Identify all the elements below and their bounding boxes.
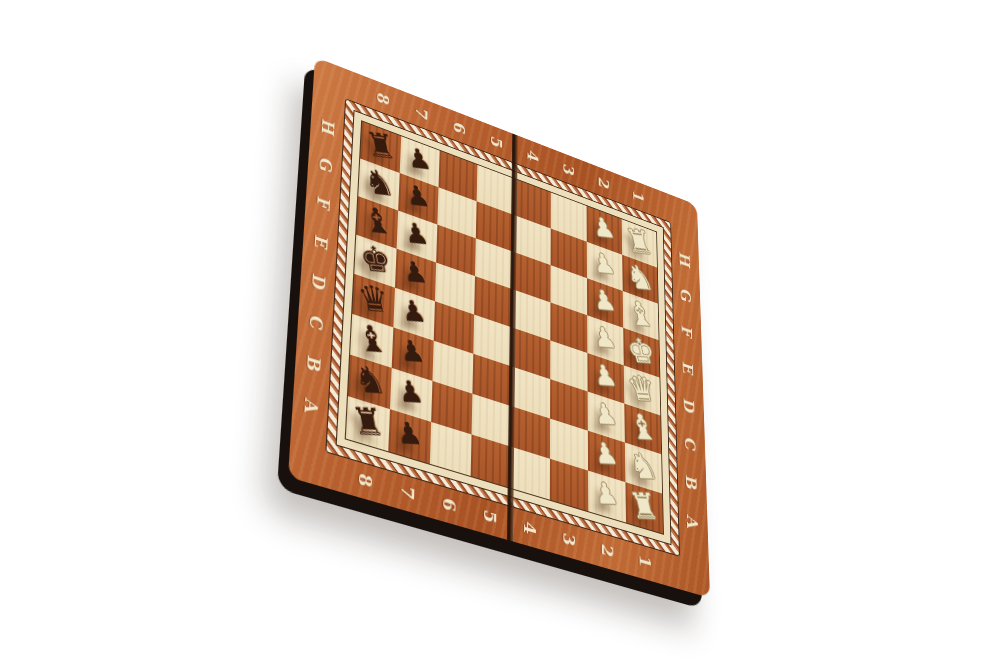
piece-black-knight[interactable]: ♞ (350, 360, 388, 399)
piece-black-bishop[interactable]: ♝ (353, 319, 391, 358)
piece-black-pawn[interactable]: ♟ (394, 418, 425, 450)
piece-white-king[interactable]: ♚ (624, 333, 658, 369)
piece-white-pawn[interactable]: ♟ (592, 479, 621, 509)
piece-white-rook[interactable]: ♜ (622, 224, 655, 259)
piece-white-bishop[interactable]: ♝ (623, 296, 657, 331)
piece-black-pawn[interactable]: ♟ (399, 296, 429, 327)
piece-white-pawn[interactable]: ♟ (590, 214, 618, 243)
piece-black-knight[interactable]: ♞ (361, 164, 397, 202)
piece-white-pawn[interactable]: ♟ (590, 250, 618, 279)
file-label-right-d: D (671, 387, 707, 425)
file-label-right-f: F (669, 313, 704, 351)
piece-white-bishop[interactable]: ♝ (625, 409, 660, 445)
piece-white-queen[interactable]: ♛ (624, 371, 658, 407)
piece-black-queen[interactable]: ♛ (355, 279, 393, 317)
piece-white-pawn[interactable]: ♟ (591, 324, 619, 354)
file-label-right-c: C (672, 425, 708, 463)
file-label-right-h: H (667, 242, 702, 279)
photo-scene: 87654321 87654321 HGFEDCBA HGFEDCBA ♜♟♟♜… (0, 0, 1000, 667)
piece-white-pawn[interactable]: ♟ (591, 286, 619, 315)
piece-black-pawn[interactable]: ♟ (405, 144, 434, 175)
file-label-right-e: E (670, 350, 705, 388)
piece-white-rook[interactable]: ♜ (626, 488, 661, 524)
file-label-right-b: B (673, 464, 709, 503)
piece-white-knight[interactable]: ♞ (623, 260, 656, 295)
piece-black-pawn[interactable]: ♟ (397, 336, 428, 368)
piece-black-rook[interactable]: ♜ (348, 402, 387, 441)
piece-white-pawn[interactable]: ♟ (591, 400, 620, 430)
piece-black-pawn[interactable]: ♟ (400, 257, 430, 288)
piece-white-knight[interactable]: ♞ (625, 448, 660, 484)
piece-black-bishop[interactable]: ♝ (359, 201, 396, 239)
piece-black-king[interactable]: ♚ (357, 240, 394, 278)
piece-black-pawn[interactable]: ♟ (395, 377, 426, 409)
piece-white-pawn[interactable]: ♟ (591, 361, 620, 391)
chess-board: 87654321 87654321 HGFEDCBA HGFEDCBA ♜♟♟♜… (288, 57, 710, 598)
board-face: 87654321 87654321 HGFEDCBA HGFEDCBA ♜♟♟♜… (288, 57, 710, 598)
file-label-right-g: G (668, 277, 703, 314)
piece-black-pawn[interactable]: ♟ (402, 219, 432, 250)
piece-black-pawn[interactable]: ♟ (403, 181, 433, 212)
piece-white-pawn[interactable]: ♟ (592, 439, 621, 469)
